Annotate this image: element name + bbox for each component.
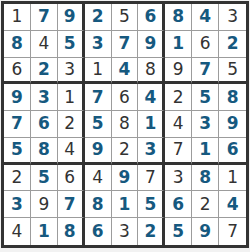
cell-r3c2[interactable]: 2	[31, 58, 58, 85]
cell-r1c9[interactable]: 3	[219, 4, 246, 31]
cell-r8c5[interactable]: 1	[112, 191, 139, 218]
cell-r2c5[interactable]: 7	[112, 31, 139, 58]
cell-r1c2[interactable]: 7	[31, 4, 58, 31]
cell-r2c3[interactable]: 5	[58, 31, 85, 58]
cell-r1c8[interactable]: 4	[192, 4, 219, 31]
cell-r8c8[interactable]: 2	[192, 191, 219, 218]
cell-r6c3[interactable]: 4	[58, 138, 85, 165]
cell-r8c3[interactable]: 7	[58, 191, 85, 218]
cell-r9c6[interactable]: 2	[138, 218, 165, 245]
cell-r3c6[interactable]: 8	[138, 58, 165, 85]
cell-r4c5[interactable]: 6	[112, 84, 139, 111]
cell-r3c8[interactable]: 7	[192, 58, 219, 85]
cell-r9c7[interactable]: 5	[165, 218, 192, 245]
cell-r5c3[interactable]: 2	[58, 111, 85, 138]
cell-r2c1[interactable]: 8	[4, 31, 31, 58]
cell-r5c5[interactable]: 8	[112, 111, 139, 138]
cell-r2c9[interactable]: 2	[219, 31, 246, 58]
cell-r6c6[interactable]: 3	[138, 138, 165, 165]
cell-r9c1[interactable]: 4	[4, 218, 31, 245]
cell-r3c5[interactable]: 4	[112, 58, 139, 85]
cell-r6c4[interactable]: 9	[85, 138, 112, 165]
cell-r9c5[interactable]: 3	[112, 218, 139, 245]
cell-r8c7[interactable]: 6	[165, 191, 192, 218]
cell-r6c9[interactable]: 6	[219, 138, 246, 165]
cell-r7c8[interactable]: 8	[192, 165, 219, 192]
cell-r5c4[interactable]: 5	[85, 111, 112, 138]
cell-r6c7[interactable]: 7	[165, 138, 192, 165]
cell-r8c4[interactable]: 8	[85, 191, 112, 218]
cell-r2c6[interactable]: 9	[138, 31, 165, 58]
cell-r7c3[interactable]: 6	[58, 165, 85, 192]
cell-r9c9[interactable]: 7	[219, 218, 246, 245]
cell-r4c8[interactable]: 5	[192, 84, 219, 111]
cell-r2c8[interactable]: 6	[192, 31, 219, 58]
cell-r7c9[interactable]: 1	[219, 165, 246, 192]
cell-r4c2[interactable]: 3	[31, 84, 58, 111]
sudoku-puzzle: 1792568438453791626231489759317642587625…	[0, 0, 250, 252]
cell-r4c9[interactable]: 8	[219, 84, 246, 111]
cell-r8c6[interactable]: 5	[138, 191, 165, 218]
cell-r3c1[interactable]: 6	[4, 58, 31, 85]
cell-r3c4[interactable]: 1	[85, 58, 112, 85]
cell-r7c1[interactable]: 2	[4, 165, 31, 192]
cell-r4c4[interactable]: 7	[85, 84, 112, 111]
cell-r1c1[interactable]: 1	[4, 4, 31, 31]
cell-r2c7[interactable]: 1	[165, 31, 192, 58]
cell-r3c9[interactable]: 5	[219, 58, 246, 85]
cell-r1c3[interactable]: 9	[58, 4, 85, 31]
cell-r5c2[interactable]: 6	[31, 111, 58, 138]
cell-r2c4[interactable]: 3	[85, 31, 112, 58]
cell-r6c5[interactable]: 2	[112, 138, 139, 165]
cell-r1c6[interactable]: 6	[138, 4, 165, 31]
cell-r6c1[interactable]: 5	[4, 138, 31, 165]
cell-r4c7[interactable]: 2	[165, 84, 192, 111]
cell-r8c9[interactable]: 4	[219, 191, 246, 218]
cell-r8c2[interactable]: 9	[31, 191, 58, 218]
cell-r5c6[interactable]: 1	[138, 111, 165, 138]
cell-r9c8[interactable]: 9	[192, 218, 219, 245]
cell-r2c2[interactable]: 4	[31, 31, 58, 58]
cell-r7c5[interactable]: 9	[112, 165, 139, 192]
cell-r5c8[interactable]: 3	[192, 111, 219, 138]
cell-r1c4[interactable]: 2	[85, 4, 112, 31]
cell-r6c2[interactable]: 8	[31, 138, 58, 165]
cell-r5c7[interactable]: 4	[165, 111, 192, 138]
cell-r8c1[interactable]: 3	[4, 191, 31, 218]
cell-r5c1[interactable]: 7	[4, 111, 31, 138]
sudoku-board: 1792568438453791626231489759317642587625…	[1, 1, 249, 248]
cell-r7c7[interactable]: 3	[165, 165, 192, 192]
cell-r3c3[interactable]: 3	[58, 58, 85, 85]
cell-r6c8[interactable]: 1	[192, 138, 219, 165]
cell-r7c2[interactable]: 5	[31, 165, 58, 192]
cell-r1c5[interactable]: 5	[112, 4, 139, 31]
cell-r9c3[interactable]: 8	[58, 218, 85, 245]
cell-r9c4[interactable]: 6	[85, 218, 112, 245]
cell-r3c7[interactable]: 9	[165, 58, 192, 85]
cell-r1c7[interactable]: 8	[165, 4, 192, 31]
cell-r4c6[interactable]: 4	[138, 84, 165, 111]
cell-r4c3[interactable]: 1	[58, 84, 85, 111]
cell-r7c4[interactable]: 4	[85, 165, 112, 192]
cell-r5c9[interactable]: 9	[219, 111, 246, 138]
cell-r7c6[interactable]: 7	[138, 165, 165, 192]
cell-r9c2[interactable]: 1	[31, 218, 58, 245]
cell-r4c1[interactable]: 9	[4, 84, 31, 111]
